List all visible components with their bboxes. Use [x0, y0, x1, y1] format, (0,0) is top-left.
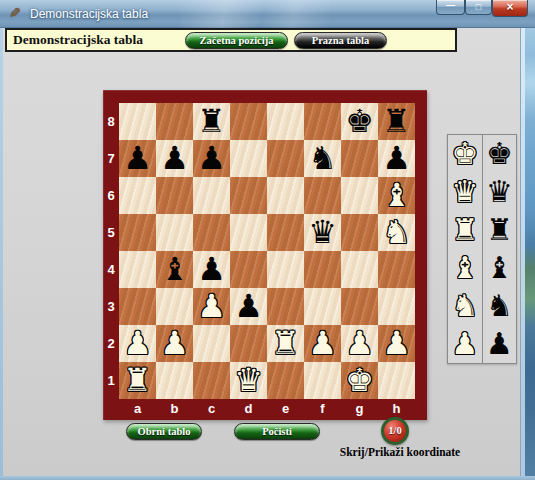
piece-black-pawn[interactable]: ♟: [197, 251, 226, 288]
window-left-border: [0, 28, 3, 480]
piece-white-pawn[interactable]: ♟: [345, 325, 374, 362]
pen-icon: ✎: [9, 5, 21, 21]
square-f4[interactable]: [304, 251, 341, 288]
file-labels: abcdefgh: [119, 399, 415, 420]
square-a4[interactable]: [119, 251, 156, 288]
close-icon: ×: [493, 0, 527, 15]
piece-white-pawn[interactable]: ♟: [308, 325, 337, 362]
square-h4[interactable]: [378, 251, 415, 288]
square-b4[interactable]: ♝: [156, 251, 193, 288]
rank-label-8: 8: [103, 103, 119, 140]
square-c6[interactable]: [193, 177, 230, 214]
piece-white-rook[interactable]: ♜: [123, 362, 152, 399]
piece-black-pawn[interactable]: ♟: [382, 140, 411, 177]
square-h3[interactable]: [378, 288, 415, 325]
title-bar: ✎ Demonstracijska tabla — □ ×: [0, 0, 535, 28]
board-grid: ♜♚♜♟♟♟♞♟♝♛♞♝♟♟♟♟♟♜♟♟♟♜♛♚: [119, 103, 415, 399]
square-e5[interactable]: [267, 214, 304, 251]
empty-board-button[interactable]: Prazna tabla: [294, 32, 387, 49]
clear-board-button[interactable]: Počisti: [234, 423, 320, 440]
square-e3[interactable]: [267, 288, 304, 325]
square-c1[interactable]: [193, 362, 230, 399]
square-h5[interactable]: ♞: [378, 214, 415, 251]
square-e4[interactable]: [267, 251, 304, 288]
piece-black-queen[interactable]: ♛: [486, 173, 513, 211]
piece-white-pawn[interactable]: ♟: [197, 288, 226, 325]
square-c2[interactable]: [193, 325, 230, 362]
piece-black-king[interactable]: ♚: [345, 103, 374, 140]
file-label-f: f: [304, 399, 341, 420]
piece-white-pawn[interactable]: ♟: [123, 325, 152, 362]
header-bar: Demonstracijska tabla Začetna pozicija P…: [5, 28, 457, 52]
square-c4[interactable]: ♟: [193, 251, 230, 288]
square-g2[interactable]: ♟: [341, 325, 378, 362]
square-h8[interactable]: ♜: [378, 103, 415, 140]
palette-black-knight[interactable]: ♞: [482, 287, 516, 325]
rank-label-2: 2: [103, 325, 119, 362]
piece-white-queen[interactable]: ♛: [452, 173, 479, 211]
palette-white-pawn[interactable]: ♟: [448, 325, 482, 363]
square-c8[interactable]: ♜: [193, 103, 230, 140]
file-label-b: b: [156, 399, 193, 420]
square-h1[interactable]: [378, 362, 415, 399]
desktop-background-strip: [520, 28, 535, 480]
square-e2[interactable]: ♜: [267, 325, 304, 362]
square-d2[interactable]: [230, 325, 267, 362]
palette-black-rook[interactable]: ♜: [482, 211, 516, 249]
coordinates-toggle[interactable]: Skrij/Prikaži koordinate: [325, 446, 475, 458]
piece-black-pawn[interactable]: ♟: [486, 325, 513, 363]
chess-board: 87654321 ♜♚♜♟♟♟♞♟♝♛♞♝♟♟♟♟♟♜♟♟♟♜♛♚ abcdef…: [103, 90, 427, 420]
minimize-icon: —: [437, 0, 464, 11]
square-b7[interactable]: ♟: [156, 140, 193, 177]
piece-white-bishop[interactable]: ♝: [382, 177, 411, 214]
result-badge[interactable]: 1/0: [381, 417, 409, 445]
square-g5[interactable]: [341, 214, 378, 251]
palette-white-bishop[interactable]: ♝: [448, 249, 482, 287]
square-f5[interactable]: ♛: [304, 214, 341, 251]
piece-black-knight[interactable]: ♞: [486, 287, 513, 325]
square-e8[interactable]: [267, 103, 304, 140]
piece-black-king[interactable]: ♚: [486, 135, 513, 173]
piece-white-rook[interactable]: ♜: [452, 211, 479, 249]
square-a6[interactable]: [119, 177, 156, 214]
square-g6[interactable]: [341, 177, 378, 214]
square-a5[interactable]: [119, 214, 156, 251]
close-button[interactable]: ×: [492, 0, 528, 17]
piece-white-knight[interactable]: ♞: [452, 287, 479, 325]
piece-black-bishop[interactable]: ♝: [486, 249, 513, 287]
piece-white-pawn[interactable]: ♟: [382, 325, 411, 362]
square-d3[interactable]: ♟: [230, 288, 267, 325]
palette-black-bishop[interactable]: ♝: [482, 249, 516, 287]
square-d8[interactable]: [230, 103, 267, 140]
piece-white-knight[interactable]: ♞: [382, 214, 411, 251]
piece-white-pawn[interactable]: ♟: [452, 325, 479, 363]
square-b8[interactable]: [156, 103, 193, 140]
square-g7[interactable]: [341, 140, 378, 177]
piece-black-rook[interactable]: ♜: [197, 103, 226, 140]
square-d6[interactable]: [230, 177, 267, 214]
palette-black-pawn[interactable]: ♟: [482, 325, 516, 363]
rank-labels: 87654321: [103, 103, 119, 399]
square-c3[interactable]: ♟: [193, 288, 230, 325]
square-f3[interactable]: [304, 288, 341, 325]
piece-white-rook[interactable]: ♜: [271, 325, 300, 362]
maximize-button[interactable]: □: [465, 0, 492, 15]
piece-black-queen[interactable]: ♛: [308, 214, 337, 251]
square-g1[interactable]: ♚: [341, 362, 378, 399]
minimize-button[interactable]: —: [436, 0, 465, 15]
flip-board-button[interactable]: Obrni tablo: [126, 423, 202, 440]
square-b3[interactable]: [156, 288, 193, 325]
file-label-d: d: [230, 399, 267, 420]
palette-white-knight[interactable]: ♞: [448, 287, 482, 325]
window-bottom-border: [0, 476, 535, 480]
piece-black-bishop[interactable]: ♝: [160, 251, 189, 288]
file-label-c: c: [193, 399, 230, 420]
rank-label-7: 7: [103, 140, 119, 177]
square-d1[interactable]: ♛: [230, 362, 267, 399]
file-label-g: g: [341, 399, 378, 420]
piece-black-pawn[interactable]: ♟: [234, 288, 263, 325]
piece-white-queen[interactable]: ♛: [234, 362, 263, 399]
square-f8[interactable]: [304, 103, 341, 140]
square-f2[interactable]: ♟: [304, 325, 341, 362]
app-window: ✎ Demonstracijska tabla — □ × Demonstrac…: [0, 0, 535, 480]
piece-palette: ♚♚♛♛♜♜♝♝♞♞♟♟: [447, 134, 517, 364]
rank-label-1: 1: [103, 362, 119, 399]
piece-white-bishop[interactable]: ♝: [452, 249, 479, 287]
square-a3[interactable]: [119, 288, 156, 325]
square-e1[interactable]: [267, 362, 304, 399]
square-g3[interactable]: [341, 288, 378, 325]
maximize-icon: □: [466, 0, 491, 14]
rank-label-5: 5: [103, 214, 119, 251]
square-f1[interactable]: [304, 362, 341, 399]
window-title: Demonstracijska tabla: [30, 7, 148, 21]
square-a2[interactable]: ♟: [119, 325, 156, 362]
start-position-button[interactable]: Začetna pozicija: [185, 32, 288, 49]
palette-white-king[interactable]: ♚: [448, 135, 482, 173]
square-d5[interactable]: [230, 214, 267, 251]
square-f6[interactable]: [304, 177, 341, 214]
square-d7[interactable]: [230, 140, 267, 177]
file-label-a: a: [119, 399, 156, 420]
square-b1[interactable]: [156, 362, 193, 399]
square-b6[interactable]: [156, 177, 193, 214]
square-h7[interactable]: ♟: [378, 140, 415, 177]
square-e6[interactable]: [267, 177, 304, 214]
square-f7[interactable]: ♞: [304, 140, 341, 177]
rank-label-4: 4: [103, 251, 119, 288]
palette-white-queen[interactable]: ♛: [448, 173, 482, 211]
square-d4[interactable]: [230, 251, 267, 288]
piece-black-knight[interactable]: ♞: [308, 140, 337, 177]
square-g8[interactable]: ♚: [341, 103, 378, 140]
file-label-e: e: [267, 399, 304, 420]
square-b2[interactable]: ♟: [156, 325, 193, 362]
square-a8[interactable]: [119, 103, 156, 140]
page-title: Demonstracijska tabla: [13, 32, 143, 48]
rank-label-3: 3: [103, 288, 119, 325]
square-e7[interactable]: [267, 140, 304, 177]
piece-white-pawn[interactable]: ♟: [160, 325, 189, 362]
palette-black-king[interactable]: ♚: [482, 135, 516, 173]
piece-black-pawn[interactable]: ♟: [123, 140, 152, 177]
square-c7[interactable]: ♟: [193, 140, 230, 177]
palette-white-rook[interactable]: ♜: [448, 211, 482, 249]
rank-label-6: 6: [103, 177, 119, 214]
square-b5[interactable]: [156, 214, 193, 251]
piece-white-king[interactable]: ♚: [452, 135, 479, 173]
piece-white-king[interactable]: ♚: [345, 362, 374, 399]
square-c5[interactable]: [193, 214, 230, 251]
square-a1[interactable]: ♜: [119, 362, 156, 399]
square-h6[interactable]: ♝: [378, 177, 415, 214]
square-a7[interactable]: ♟: [119, 140, 156, 177]
piece-black-rook[interactable]: ♜: [486, 211, 513, 249]
piece-black-pawn[interactable]: ♟: [160, 140, 189, 177]
square-g4[interactable]: [341, 251, 378, 288]
piece-black-rook[interactable]: ♜: [382, 103, 411, 140]
piece-black-pawn[interactable]: ♟: [197, 140, 226, 177]
palette-black-queen[interactable]: ♛: [482, 173, 516, 211]
square-h2[interactable]: ♟: [378, 325, 415, 362]
